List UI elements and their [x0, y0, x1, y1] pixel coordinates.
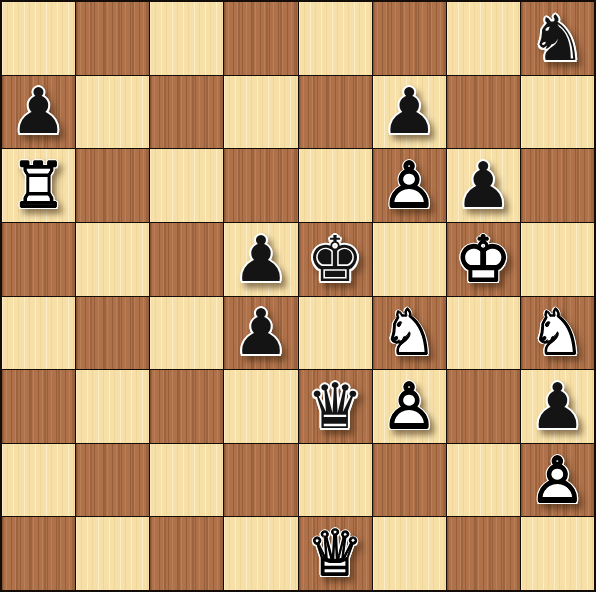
square-a1[interactable]: [2, 517, 75, 590]
square-g6[interactable]: ♟: [447, 149, 520, 222]
square-e1[interactable]: ♛♕: [299, 517, 372, 590]
square-d1[interactable]: [224, 517, 297, 590]
square-a8[interactable]: [2, 2, 75, 75]
square-e7[interactable]: [299, 76, 372, 149]
square-a4[interactable]: [2, 297, 75, 370]
chess-board: ♞♟♟♜♖♟♙♟♟♚♚♔♟♞♘♞♘♛♟♙♟♟♙♛♕: [0, 0, 596, 592]
square-h3[interactable]: ♟: [521, 370, 594, 443]
square-c6[interactable]: [150, 149, 223, 222]
square-h1[interactable]: [521, 517, 594, 590]
square-g5[interactable]: ♚♔: [447, 223, 520, 296]
square-h4[interactable]: ♞♘: [521, 297, 594, 370]
square-h8[interactable]: ♞: [521, 2, 594, 75]
white-pawn[interactable]: ♟♙: [373, 149, 446, 222]
square-f5[interactable]: [373, 223, 446, 296]
square-c7[interactable]: [150, 76, 223, 149]
square-d4[interactable]: ♟: [224, 297, 297, 370]
white-pawn[interactable]: ♟♙: [373, 370, 446, 443]
black-queen[interactable]: ♛: [299, 370, 372, 443]
square-e5[interactable]: ♚: [299, 223, 372, 296]
white-pawn-detail: ♙: [373, 149, 446, 222]
square-b6[interactable]: [76, 149, 149, 222]
square-c8[interactable]: [150, 2, 223, 75]
square-c4[interactable]: [150, 297, 223, 370]
square-c2[interactable]: [150, 444, 223, 517]
square-e8[interactable]: [299, 2, 372, 75]
square-b8[interactable]: [76, 2, 149, 75]
black-pawn[interactable]: ♟: [224, 223, 297, 296]
square-b2[interactable]: [76, 444, 149, 517]
square-a6[interactable]: ♜♖: [2, 149, 75, 222]
square-a5[interactable]: [2, 223, 75, 296]
square-e2[interactable]: [299, 444, 372, 517]
square-b5[interactable]: [76, 223, 149, 296]
black-knight[interactable]: ♞: [521, 2, 594, 75]
square-e3[interactable]: ♛: [299, 370, 372, 443]
black-pawn[interactable]: ♟: [224, 297, 297, 370]
white-king[interactable]: ♚♔: [447, 223, 520, 296]
square-h6[interactable]: [521, 149, 594, 222]
white-pawn-detail: ♙: [521, 444, 594, 517]
square-f1[interactable]: [373, 517, 446, 590]
square-b7[interactable]: [76, 76, 149, 149]
square-g8[interactable]: [447, 2, 520, 75]
black-pawn[interactable]: ♟: [2, 76, 75, 149]
square-h7[interactable]: [521, 76, 594, 149]
square-h5[interactable]: [521, 223, 594, 296]
white-pawn-detail: ♙: [373, 370, 446, 443]
square-d2[interactable]: [224, 444, 297, 517]
square-f4[interactable]: ♞♘: [373, 297, 446, 370]
square-d3[interactable]: [224, 370, 297, 443]
square-h2[interactable]: ♟♙: [521, 444, 594, 517]
square-a7[interactable]: ♟: [2, 76, 75, 149]
square-c3[interactable]: [150, 370, 223, 443]
white-rook-detail: ♖: [2, 149, 75, 222]
square-g1[interactable]: [447, 517, 520, 590]
square-g4[interactable]: [447, 297, 520, 370]
square-g3[interactable]: [447, 370, 520, 443]
square-e4[interactable]: [299, 297, 372, 370]
square-g7[interactable]: [447, 76, 520, 149]
white-queen-detail: ♕: [299, 517, 372, 590]
white-knight[interactable]: ♞♘: [373, 297, 446, 370]
square-b3[interactable]: [76, 370, 149, 443]
square-f6[interactable]: ♟♙: [373, 149, 446, 222]
black-pawn[interactable]: ♟: [447, 149, 520, 222]
square-f8[interactable]: [373, 2, 446, 75]
square-e6[interactable]: [299, 149, 372, 222]
square-d6[interactable]: [224, 149, 297, 222]
white-knight-detail: ♘: [521, 297, 594, 370]
square-d8[interactable]: [224, 2, 297, 75]
black-pawn[interactable]: ♟: [373, 76, 446, 149]
white-king-detail: ♔: [447, 223, 520, 296]
square-c1[interactable]: [150, 517, 223, 590]
black-pawn[interactable]: ♟: [521, 370, 594, 443]
square-f7[interactable]: ♟: [373, 76, 446, 149]
square-c5[interactable]: [150, 223, 223, 296]
square-b4[interactable]: [76, 297, 149, 370]
white-knight[interactable]: ♞♘: [521, 297, 594, 370]
white-rook[interactable]: ♜♖: [2, 149, 75, 222]
white-pawn[interactable]: ♟♙: [521, 444, 594, 517]
square-a3[interactable]: [2, 370, 75, 443]
black-king[interactable]: ♚: [299, 223, 372, 296]
white-queen[interactable]: ♛♕: [299, 517, 372, 590]
square-a2[interactable]: [2, 444, 75, 517]
white-knight-detail: ♘: [373, 297, 446, 370]
square-d7[interactable]: [224, 76, 297, 149]
square-f3[interactable]: ♟♙: [373, 370, 446, 443]
square-g2[interactable]: [447, 444, 520, 517]
square-d5[interactable]: ♟: [224, 223, 297, 296]
square-b1[interactable]: [76, 517, 149, 590]
square-f2[interactable]: [373, 444, 446, 517]
